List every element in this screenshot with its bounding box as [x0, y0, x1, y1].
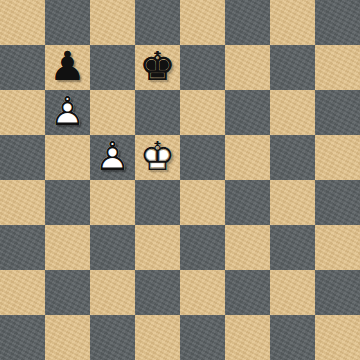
square-h8[interactable]: [315, 0, 360, 45]
square-d1[interactable]: [135, 315, 180, 360]
square-g5[interactable]: [270, 135, 315, 180]
square-c1[interactable]: [90, 315, 135, 360]
square-e4[interactable]: [180, 180, 225, 225]
square-a8[interactable]: [0, 0, 45, 45]
square-a3[interactable]: [0, 225, 45, 270]
square-f4[interactable]: [225, 180, 270, 225]
square-b7[interactable]: ♟♟: [45, 45, 90, 90]
square-g8[interactable]: [270, 0, 315, 45]
square-a2[interactable]: [0, 270, 45, 315]
square-f1[interactable]: [225, 315, 270, 360]
square-h5[interactable]: [315, 135, 360, 180]
square-b2[interactable]: [45, 270, 90, 315]
square-a1[interactable]: [0, 315, 45, 360]
square-g2[interactable]: [270, 270, 315, 315]
square-g1[interactable]: [270, 315, 315, 360]
square-d7[interactable]: ♚♚: [135, 45, 180, 90]
square-f3[interactable]: [225, 225, 270, 270]
square-d5[interactable]: ♚♔: [135, 135, 180, 180]
square-a5[interactable]: [0, 135, 45, 180]
square-e3[interactable]: [180, 225, 225, 270]
square-g6[interactable]: [270, 90, 315, 135]
square-d6[interactable]: [135, 90, 180, 135]
white-pawn-outline: ♙: [90, 133, 135, 178]
square-a7[interactable]: [0, 45, 45, 90]
square-e6[interactable]: [180, 90, 225, 135]
square-h1[interactable]: [315, 315, 360, 360]
square-e7[interactable]: [180, 45, 225, 90]
square-f2[interactable]: [225, 270, 270, 315]
square-b6[interactable]: ♟♙: [45, 90, 90, 135]
square-h4[interactable]: [315, 180, 360, 225]
square-c8[interactable]: [90, 0, 135, 45]
square-e2[interactable]: [180, 270, 225, 315]
square-b5[interactable]: [45, 135, 90, 180]
square-b3[interactable]: [45, 225, 90, 270]
square-b8[interactable]: [45, 0, 90, 45]
square-f8[interactable]: [225, 0, 270, 45]
square-h7[interactable]: [315, 45, 360, 90]
square-a6[interactable]: [0, 90, 45, 135]
square-c2[interactable]: [90, 270, 135, 315]
square-e8[interactable]: [180, 0, 225, 45]
square-f5[interactable]: [225, 135, 270, 180]
square-h2[interactable]: [315, 270, 360, 315]
black-pawn[interactable]: ♟♟: [45, 45, 90, 90]
square-d2[interactable]: [135, 270, 180, 315]
square-h3[interactable]: [315, 225, 360, 270]
square-f7[interactable]: [225, 45, 270, 90]
square-c6[interactable]: [90, 90, 135, 135]
black-king[interactable]: ♚♚: [135, 45, 180, 90]
square-h6[interactable]: [315, 90, 360, 135]
square-d4[interactable]: [135, 180, 180, 225]
square-e5[interactable]: [180, 135, 225, 180]
black-king-outline: ♚: [135, 43, 180, 88]
square-e1[interactable]: [180, 315, 225, 360]
square-c5[interactable]: ♟♙: [90, 135, 135, 180]
white-king[interactable]: ♚♔: [135, 135, 180, 180]
square-d8[interactable]: [135, 0, 180, 45]
square-f6[interactable]: [225, 90, 270, 135]
square-c3[interactable]: [90, 225, 135, 270]
square-b4[interactable]: [45, 180, 90, 225]
square-b1[interactable]: [45, 315, 90, 360]
white-king-outline: ♔: [135, 133, 180, 178]
black-pawn-outline: ♟: [45, 43, 90, 88]
square-g3[interactable]: [270, 225, 315, 270]
square-c4[interactable]: [90, 180, 135, 225]
square-g7[interactable]: [270, 45, 315, 90]
white-pawn-outline: ♙: [45, 88, 90, 133]
square-d3[interactable]: [135, 225, 180, 270]
white-pawn[interactable]: ♟♙: [45, 90, 90, 135]
square-c7[interactable]: [90, 45, 135, 90]
square-g4[interactable]: [270, 180, 315, 225]
chess-board: ♟♟♚♚♟♙♟♙♚♔: [0, 0, 360, 360]
square-a4[interactable]: [0, 180, 45, 225]
white-pawn[interactable]: ♟♙: [90, 135, 135, 180]
